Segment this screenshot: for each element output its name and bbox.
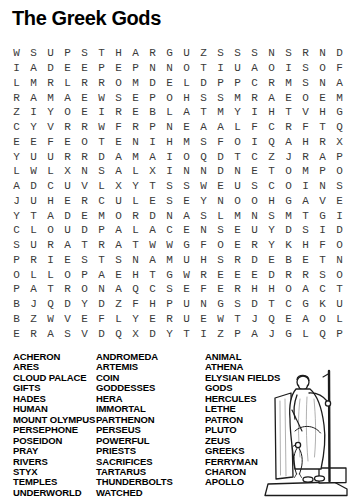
grid-cell[interactable]: G	[314, 208, 331, 223]
grid-cell[interactable]: T	[331, 282, 348, 297]
grid-cell[interactable]: S	[229, 297, 246, 312]
grid-cell[interactable]: O	[297, 90, 314, 105]
grid-cell[interactable]: L	[331, 312, 348, 327]
grid-cell[interactable]: P	[76, 267, 93, 282]
grid-cell[interactable]: I	[195, 326, 212, 341]
grid-cell[interactable]: P	[144, 120, 161, 135]
grid-cell[interactable]: S	[280, 46, 297, 61]
grid-cell[interactable]: M	[229, 90, 246, 105]
grid-cell[interactable]: I	[42, 253, 59, 268]
grid-cell[interactable]: Z	[212, 326, 229, 341]
grid-cell[interactable]: Y	[127, 179, 144, 194]
grid-cell[interactable]: T	[93, 253, 110, 268]
grid-cell[interactable]: S	[110, 253, 127, 268]
grid-cell[interactable]: S	[229, 46, 246, 61]
grid-cell[interactable]: V	[42, 120, 59, 135]
grid-cell[interactable]: T	[297, 208, 314, 223]
grid-cell[interactable]: R	[280, 120, 297, 135]
grid-cell[interactable]: M	[25, 76, 42, 91]
grid-cell[interactable]: H	[297, 238, 314, 253]
grid-cell[interactable]: E	[331, 194, 348, 209]
grid-cell[interactable]: N	[314, 76, 331, 91]
grid-cell[interactable]: T	[42, 282, 59, 297]
grid-cell[interactable]: O	[178, 149, 195, 164]
grid-cell[interactable]: S	[178, 179, 195, 194]
grid-cell[interactable]: L	[178, 76, 195, 91]
grid-cell[interactable]: R	[127, 208, 144, 223]
grid-cell[interactable]: E	[314, 90, 331, 105]
grid-cell[interactable]: E	[178, 120, 195, 135]
grid-cell[interactable]: E	[212, 267, 229, 282]
grid-cell[interactable]: F	[42, 135, 59, 150]
grid-cell[interactable]: R	[246, 238, 263, 253]
grid-cell[interactable]: N	[195, 164, 212, 179]
grid-cell[interactable]: A	[8, 179, 25, 194]
grid-cell[interactable]: A	[246, 61, 263, 76]
grid-cell[interactable]: R	[59, 149, 76, 164]
grid-cell[interactable]: J	[263, 326, 280, 341]
grid-cell[interactable]: Q	[263, 135, 280, 150]
grid-cell[interactable]: Q	[42, 297, 59, 312]
grid-cell[interactable]: R	[42, 76, 59, 91]
grid-cell[interactable]: L	[8, 76, 25, 91]
grid-cell[interactable]: P	[314, 164, 331, 179]
grid-cell[interactable]: V	[59, 312, 76, 327]
grid-cell[interactable]: V	[76, 326, 93, 341]
grid-cell[interactable]: O	[76, 282, 93, 297]
grid-cell[interactable]: F	[110, 120, 127, 135]
grid-cell[interactable]: E	[8, 135, 25, 150]
grid-cell[interactable]: I	[297, 179, 314, 194]
grid-cell[interactable]: O	[42, 223, 59, 238]
grid-cell[interactable]: G	[161, 267, 178, 282]
grid-cell[interactable]: I	[246, 105, 263, 120]
grid-cell[interactable]: N	[195, 223, 212, 238]
grid-cell[interactable]: U	[178, 297, 195, 312]
grid-cell[interactable]: M	[229, 208, 246, 223]
grid-cell[interactable]: B	[8, 297, 25, 312]
grid-cell[interactable]: E	[246, 267, 263, 282]
grid-cell[interactable]: L	[127, 223, 144, 238]
grid-cell[interactable]: O	[178, 61, 195, 76]
grid-cell[interactable]: S	[297, 76, 314, 91]
grid-cell[interactable]: M	[178, 135, 195, 150]
grid-cell[interactable]: F	[331, 61, 348, 76]
grid-cell[interactable]: U	[229, 179, 246, 194]
grid-cell[interactable]: R	[127, 120, 144, 135]
grid-cell[interactable]: G	[178, 238, 195, 253]
grid-cell[interactable]: E	[178, 223, 195, 238]
grid-cell[interactable]: N	[229, 164, 246, 179]
grid-cell[interactable]: D	[93, 297, 110, 312]
grid-cell[interactable]: L	[42, 164, 59, 179]
grid-cell[interactable]: O	[59, 105, 76, 120]
grid-cell[interactable]: N	[127, 135, 144, 150]
grid-cell[interactable]: A	[144, 149, 161, 164]
grid-cell[interactable]: N	[331, 253, 348, 268]
grid-cell[interactable]: W	[212, 312, 229, 327]
grid-cell[interactable]: Y	[161, 326, 178, 341]
grid-cell[interactable]: O	[331, 267, 348, 282]
grid-cell[interactable]: R	[25, 326, 42, 341]
grid-cell[interactable]: L	[8, 164, 25, 179]
grid-cell[interactable]: E	[161, 76, 178, 91]
grid-cell[interactable]: T	[314, 120, 331, 135]
grid-cell[interactable]: O	[331, 238, 348, 253]
grid-cell[interactable]: S	[195, 208, 212, 223]
grid-cell[interactable]: N	[195, 297, 212, 312]
grid-cell[interactable]: C	[144, 282, 161, 297]
grid-cell[interactable]: R	[110, 105, 127, 120]
grid-cell[interactable]: U	[331, 297, 348, 312]
grid-cell[interactable]: H	[297, 135, 314, 150]
grid-cell[interactable]: B	[280, 253, 297, 268]
grid-cell[interactable]: A	[280, 135, 297, 150]
grid-cell[interactable]: H	[178, 90, 195, 105]
grid-cell[interactable]: L	[110, 312, 127, 327]
grid-cell[interactable]: L	[59, 76, 76, 91]
grid-cell[interactable]: E	[263, 253, 280, 268]
grid-cell[interactable]: W	[25, 164, 42, 179]
grid-cell[interactable]: I	[314, 223, 331, 238]
grid-cell[interactable]: I	[161, 149, 178, 164]
grid-cell[interactable]: B	[144, 105, 161, 120]
grid-cell[interactable]: T	[229, 312, 246, 327]
grid-cell[interactable]: J	[8, 194, 25, 209]
grid-cell[interactable]: M	[280, 208, 297, 223]
grid-cell[interactable]: E	[76, 105, 93, 120]
grid-cell[interactable]: M	[161, 253, 178, 268]
grid-cell[interactable]: Y	[42, 105, 59, 120]
grid-cell[interactable]: M	[212, 105, 229, 120]
grid-cell[interactable]: Q	[195, 149, 212, 164]
grid-cell[interactable]: D	[144, 326, 161, 341]
grid-cell[interactable]: D	[59, 208, 76, 223]
grid-cell[interactable]: C	[93, 194, 110, 209]
grid-cell[interactable]: P	[212, 76, 229, 91]
grid-cell[interactable]: D	[246, 297, 263, 312]
grid-cell[interactable]: N	[76, 164, 93, 179]
grid-cell[interactable]: E	[144, 312, 161, 327]
grid-cell[interactable]: S	[212, 90, 229, 105]
grid-cell[interactable]: L	[212, 208, 229, 223]
grid-cell[interactable]: V	[314, 194, 331, 209]
grid-cell[interactable]: R	[229, 282, 246, 297]
grid-cell[interactable]: O	[314, 61, 331, 76]
grid-cell[interactable]: S	[59, 326, 76, 341]
grid-cell[interactable]: Y	[76, 297, 93, 312]
grid-cell[interactable]: D	[280, 223, 297, 238]
grid-cell[interactable]: N	[212, 194, 229, 209]
grid-cell[interactable]: D	[59, 297, 76, 312]
grid-cell[interactable]: Y	[229, 105, 246, 120]
grid-cell[interactable]: E	[76, 208, 93, 223]
grid-cell[interactable]: Z	[195, 46, 212, 61]
grid-cell[interactable]: A	[212, 120, 229, 135]
grid-cell[interactable]: A	[246, 326, 263, 341]
grid-cell[interactable]: C	[263, 120, 280, 135]
grid-cell[interactable]: C	[8, 223, 25, 238]
grid-cell[interactable]: U	[110, 194, 127, 209]
grid-cell[interactable]: D	[42, 61, 59, 76]
grid-cell[interactable]: S	[76, 253, 93, 268]
grid-cell[interactable]: P	[331, 326, 348, 341]
grid-cell[interactable]: D	[331, 223, 348, 238]
grid-cell[interactable]: R	[297, 149, 314, 164]
grid-cell[interactable]: A	[263, 90, 280, 105]
grid-cell[interactable]: S	[246, 179, 263, 194]
grid-cell[interactable]: A	[144, 223, 161, 238]
grid-cell[interactable]: L	[25, 267, 42, 282]
grid-cell[interactable]: S	[25, 46, 42, 61]
grid-cell[interactable]: K	[280, 238, 297, 253]
grid-cell[interactable]: S	[212, 46, 229, 61]
grid-cell[interactable]: L	[25, 223, 42, 238]
grid-cell[interactable]: P	[127, 61, 144, 76]
grid-cell[interactable]: O	[76, 135, 93, 150]
grid-cell[interactable]: R	[76, 120, 93, 135]
grid-cell[interactable]: T	[229, 149, 246, 164]
grid-cell[interactable]: U	[246, 223, 263, 238]
grid-cell[interactable]: T	[195, 61, 212, 76]
grid-cell[interactable]: L	[127, 164, 144, 179]
grid-cell[interactable]: R	[263, 76, 280, 91]
grid-cell[interactable]: I	[280, 61, 297, 76]
grid-cell[interactable]: O	[280, 179, 297, 194]
grid-cell[interactable]: S	[8, 238, 25, 253]
grid-cell[interactable]: M	[93, 208, 110, 223]
grid-cell[interactable]: N	[161, 61, 178, 76]
grid-cell[interactable]: M	[127, 76, 144, 91]
grid-cell[interactable]: C	[8, 120, 25, 135]
grid-cell[interactable]: P	[161, 297, 178, 312]
grid-cell[interactable]: J	[25, 297, 42, 312]
grid-cell[interactable]: E	[280, 312, 297, 327]
grid-cell[interactable]: O	[331, 164, 348, 179]
grid-cell[interactable]: Q	[110, 326, 127, 341]
grid-cell[interactable]: T	[314, 253, 331, 268]
grid-cell[interactable]: C	[246, 76, 263, 91]
grid-cell[interactable]: W	[42, 312, 59, 327]
grid-cell[interactable]: O	[110, 76, 127, 91]
grid-cell[interactable]: R	[280, 267, 297, 282]
grid-cell[interactable]: C	[42, 179, 59, 194]
grid-cell[interactable]: I	[246, 135, 263, 150]
grid-cell[interactable]: E	[8, 326, 25, 341]
grid-cell[interactable]: T	[178, 326, 195, 341]
grid-cell[interactable]: E	[76, 312, 93, 327]
grid-cell[interactable]: O	[161, 90, 178, 105]
grid-cell[interactable]: C	[314, 282, 331, 297]
grid-cell[interactable]: D	[331, 46, 348, 61]
grid-cell[interactable]: P	[8, 282, 25, 297]
grid-cell[interactable]: S	[195, 135, 212, 150]
grid-cell[interactable]: A	[195, 120, 212, 135]
grid-cell[interactable]: S	[212, 223, 229, 238]
grid-cell[interactable]: U	[42, 46, 59, 61]
grid-cell[interactable]: U	[25, 194, 42, 209]
grid-cell[interactable]: D	[93, 326, 110, 341]
grid-cell[interactable]: E	[110, 267, 127, 282]
grid-cell[interactable]: R	[297, 46, 314, 61]
grid-cell[interactable]: F	[297, 120, 314, 135]
grid-cell[interactable]: H	[263, 282, 280, 297]
grid-cell[interactable]: S	[331, 179, 348, 194]
grid-cell[interactable]: O	[229, 194, 246, 209]
grid-cell[interactable]: A	[127, 46, 144, 61]
grid-cell[interactable]: S	[212, 253, 229, 268]
grid-cell[interactable]: X	[59, 164, 76, 179]
grid-cell[interactable]: A	[110, 149, 127, 164]
grid-cell[interactable]: R	[76, 76, 93, 91]
grid-cell[interactable]: U	[42, 149, 59, 164]
grid-cell[interactable]: R	[297, 267, 314, 282]
grid-cell[interactable]: P	[93, 223, 110, 238]
grid-cell[interactable]: H	[314, 105, 331, 120]
grid-cell[interactable]: S	[246, 46, 263, 61]
grid-cell[interactable]: M	[42, 90, 59, 105]
grid-cell[interactable]: R	[93, 238, 110, 253]
grid-cell[interactable]: R	[161, 312, 178, 327]
grid-cell[interactable]: T	[144, 267, 161, 282]
grid-cell[interactable]: E	[229, 267, 246, 282]
grid-cell[interactable]: P	[144, 90, 161, 105]
grid-cell[interactable]: E	[110, 61, 127, 76]
grid-cell[interactable]: I	[212, 61, 229, 76]
grid-cell[interactable]: Y	[195, 194, 212, 209]
grid-cell[interactable]: A	[93, 267, 110, 282]
grid-cell[interactable]: D	[212, 149, 229, 164]
grid-cell[interactable]: Y	[263, 223, 280, 238]
grid-cell[interactable]: X	[110, 179, 127, 194]
grid-cell[interactable]: U	[178, 253, 195, 268]
grid-cell[interactable]: E	[229, 238, 246, 253]
grid-cell[interactable]: Z	[25, 312, 42, 327]
grid-cell[interactable]: E	[195, 312, 212, 327]
grid-cell[interactable]: E	[229, 223, 246, 238]
grid-cell[interactable]: T	[93, 135, 110, 150]
grid-cell[interactable]: O	[280, 164, 297, 179]
grid-cell[interactable]: A	[297, 312, 314, 327]
grid-cell[interactable]: E	[59, 194, 76, 209]
grid-cell[interactable]: S	[297, 61, 314, 76]
grid-cell[interactable]: R	[229, 253, 246, 268]
grid-cell[interactable]: Q	[127, 282, 144, 297]
grid-cell[interactable]: T	[263, 164, 280, 179]
grid-cell[interactable]: F	[127, 297, 144, 312]
grid-cell[interactable]: O	[280, 282, 297, 297]
grid-cell[interactable]: Q	[263, 312, 280, 327]
grid-cell[interactable]: R	[314, 135, 331, 150]
grid-cell[interactable]: E	[59, 253, 76, 268]
grid-cell[interactable]: N	[93, 282, 110, 297]
grid-cell[interactable]: S	[263, 208, 280, 223]
grid-cell[interactable]: O	[59, 267, 76, 282]
grid-cell[interactable]: H	[161, 135, 178, 150]
grid-cell[interactable]: A	[59, 90, 76, 105]
grid-cell[interactable]: A	[25, 90, 42, 105]
grid-cell[interactable]: A	[314, 149, 331, 164]
grid-cell[interactable]: D	[25, 179, 42, 194]
grid-cell[interactable]: S	[297, 223, 314, 238]
grid-cell[interactable]: R	[195, 267, 212, 282]
grid-cell[interactable]: D	[93, 149, 110, 164]
grid-cell[interactable]: C	[246, 149, 263, 164]
grid-cell[interactable]: A	[42, 208, 59, 223]
grid-cell[interactable]: E	[59, 135, 76, 150]
grid-cell[interactable]: Y	[263, 238, 280, 253]
grid-cell[interactable]: A	[42, 326, 59, 341]
grid-cell[interactable]: E	[297, 253, 314, 268]
grid-cell[interactable]: O	[229, 135, 246, 150]
grid-cell[interactable]: L	[93, 179, 110, 194]
grid-cell[interactable]: S	[161, 179, 178, 194]
grid-cell[interactable]: O	[246, 194, 263, 209]
grid-cell[interactable]: F	[246, 120, 263, 135]
grid-cell[interactable]: U	[59, 179, 76, 194]
grid-cell[interactable]: E	[127, 105, 144, 120]
grid-cell[interactable]: T	[127, 238, 144, 253]
grid-cell[interactable]: S	[195, 90, 212, 105]
grid-cell[interactable]: A	[178, 105, 195, 120]
grid-cell[interactable]: U	[178, 46, 195, 61]
grid-cell[interactable]: N	[263, 46, 280, 61]
grid-cell[interactable]: S	[93, 164, 110, 179]
grid-cell[interactable]: A	[297, 194, 314, 209]
grid-cell[interactable]: E	[178, 282, 195, 297]
grid-cell[interactable]: C	[161, 223, 178, 238]
grid-cell[interactable]: I	[8, 61, 25, 76]
grid-cell[interactable]: U	[25, 238, 42, 253]
grid-cell[interactable]: N	[161, 120, 178, 135]
grid-cell[interactable]: R	[76, 149, 93, 164]
grid-cell[interactable]: A	[25, 282, 42, 297]
grid-cell[interactable]: E	[280, 90, 297, 105]
grid-cell[interactable]: D	[144, 76, 161, 91]
grid-cell[interactable]: G	[280, 194, 297, 209]
grid-cell[interactable]: F	[212, 135, 229, 150]
grid-cell[interactable]: D	[144, 208, 161, 223]
grid-cell[interactable]: Z	[110, 297, 127, 312]
grid-cell[interactable]: D	[76, 223, 93, 238]
grid-cell[interactable]: A	[297, 282, 314, 297]
grid-cell[interactable]: H	[127, 267, 144, 282]
grid-cell[interactable]: H	[263, 194, 280, 209]
grid-cell[interactable]: J	[280, 149, 297, 164]
grid-cell[interactable]: I	[331, 208, 348, 223]
grid-cell[interactable]: J	[246, 312, 263, 327]
grid-cell[interactable]: W	[195, 179, 212, 194]
grid-cell[interactable]: S	[161, 194, 178, 209]
grid-cell[interactable]: D	[263, 267, 280, 282]
grid-cell[interactable]: L	[229, 120, 246, 135]
grid-cell[interactable]: L	[297, 326, 314, 341]
grid-cell[interactable]: N	[161, 208, 178, 223]
grid-cell[interactable]: H	[144, 297, 161, 312]
grid-cell[interactable]: G	[331, 105, 348, 120]
grid-cell[interactable]: P	[331, 149, 348, 164]
grid-cell[interactable]: A	[59, 238, 76, 253]
grid-cell[interactable]: Y	[8, 208, 25, 223]
grid-cell[interactable]: H	[42, 194, 59, 209]
grid-cell[interactable]: Y	[25, 120, 42, 135]
grid-cell[interactable]: F	[314, 238, 331, 253]
grid-cell[interactable]: W	[93, 90, 110, 105]
grid-cell[interactable]: R	[25, 253, 42, 268]
grid-cell[interactable]: Y	[8, 149, 25, 164]
grid-cell[interactable]: I	[161, 164, 178, 179]
grid-cell[interactable]: P	[229, 76, 246, 91]
